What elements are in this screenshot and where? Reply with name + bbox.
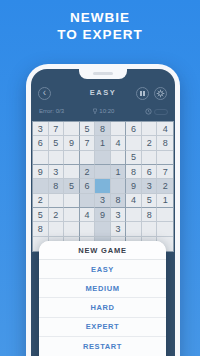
sudoku-cell-r3c4[interactable]: [80, 151, 96, 165]
gear-icon: [156, 89, 165, 98]
sudoku-cell-r3c6[interactable]: [111, 151, 127, 165]
sudoku-cell-r7c1[interactable]: 5: [33, 208, 49, 222]
sudoku-cell-r2c5[interactable]: 1: [95, 136, 111, 150]
sudoku-cell-r6c9[interactable]: 1: [157, 194, 173, 208]
new-game-action-sheet: NEW GAME EASY MEDIUM HARD EXPERT RESTART: [39, 241, 166, 356]
sudoku-cell-r8c2[interactable]: [49, 222, 65, 236]
sudoku-cell-r4c8[interactable]: 6: [142, 165, 158, 179]
menu-item-easy[interactable]: EASY: [39, 260, 166, 279]
sudoku-cell-r2c4[interactable]: 7: [80, 136, 96, 150]
sudoku-cell-r8c8[interactable]: [142, 222, 158, 236]
sudoku-cell-r2c7[interactable]: [126, 136, 142, 150]
sudoku-cell-r1c4[interactable]: 5: [80, 122, 96, 136]
sudoku-cell-r8c3[interactable]: [64, 222, 80, 236]
clock-icon: [145, 108, 152, 115]
sudoku-cell-r3c5[interactable]: [95, 151, 111, 165]
sudoku-cell-r5c3[interactable]: 5: [64, 179, 80, 193]
sudoku-cell-r5c9[interactable]: 2: [157, 179, 173, 193]
sudoku-cell-r3c2[interactable]: [49, 151, 65, 165]
phone-notch: [79, 69, 127, 79]
sudoku-cell-r3c7[interactable]: 5: [126, 151, 142, 165]
sudoku-cell-r5c1[interactable]: [33, 179, 49, 193]
sudoku-cell-r8c4[interactable]: [80, 222, 96, 236]
sudoku-cell-r1c6[interactable]: [111, 122, 127, 136]
menu-item-restart[interactable]: RESTART: [39, 337, 166, 356]
sudoku-cell-r5c5[interactable]: [95, 179, 111, 193]
sudoku-cell-r6c4[interactable]: [80, 194, 96, 208]
sudoku-board: 3758646597142859321867856932238451524938…: [32, 121, 174, 252]
banner-line2: TO EXPERT: [0, 26, 200, 43]
menu-item-hard[interactable]: HARD: [39, 298, 166, 317]
sudoku-cell-r6c7[interactable]: 4: [126, 194, 142, 208]
timer-area: [145, 108, 168, 115]
sudoku-cell-r2c2[interactable]: 5: [49, 136, 65, 150]
sudoku-cell-r4c2[interactable]: 3: [49, 165, 65, 179]
counter-pill: [154, 109, 168, 115]
sudoku-cell-r8c5[interactable]: [95, 222, 111, 236]
sudoku-cell-r5c6[interactable]: [111, 179, 127, 193]
sudoku-cell-r1c3[interactable]: [64, 122, 80, 136]
sudoku-cell-r4c6[interactable]: 1: [111, 165, 127, 179]
status-row: Error: 0/3 10:20: [31, 107, 175, 117]
sudoku-cell-r1c9[interactable]: 4: [157, 122, 173, 136]
sudoku-cell-r5c4[interactable]: 6: [80, 179, 96, 193]
sudoku-cell-r6c8[interactable]: 5: [142, 194, 158, 208]
sudoku-cell-r4c1[interactable]: 9: [33, 165, 49, 179]
sudoku-cell-r5c7[interactable]: 9: [126, 179, 142, 193]
sudoku-cell-r7c5[interactable]: 9: [95, 208, 111, 222]
best-time-value: 10:20: [99, 108, 114, 114]
settings-button[interactable]: [154, 87, 167, 100]
sudoku-cell-r4c9[interactable]: 7: [157, 165, 173, 179]
sudoku-cell-r6c1[interactable]: 2: [33, 194, 49, 208]
sudoku-cell-r1c2[interactable]: 7: [49, 122, 65, 136]
banner-text: NEWBIE TO EXPERT: [0, 9, 200, 43]
sudoku-cell-r8c7[interactable]: [126, 222, 142, 236]
sudoku-cell-r2c3[interactable]: 9: [64, 136, 80, 150]
sudoku-cell-r3c8[interactable]: [142, 151, 158, 165]
menu-item-medium[interactable]: MEDIUM: [39, 279, 166, 298]
action-sheet-title: NEW GAME: [39, 241, 166, 260]
sudoku-cell-r2c1[interactable]: 6: [33, 136, 49, 150]
pause-button[interactable]: [136, 87, 149, 100]
sudoku-cell-r8c1[interactable]: 8: [33, 222, 49, 236]
sudoku-cell-r7c9[interactable]: [157, 208, 173, 222]
sudoku-cell-r7c6[interactable]: 3: [111, 208, 127, 222]
sudoku-cell-r2c8[interactable]: 2: [142, 136, 158, 150]
sudoku-cell-r2c9[interactable]: 8: [157, 136, 173, 150]
sudoku-cell-r4c4[interactable]: 2: [80, 165, 96, 179]
trophy-icon: [92, 108, 98, 114]
menu-item-expert[interactable]: EXPERT: [39, 318, 166, 337]
banner-line1: NEWBIE: [0, 9, 200, 26]
app-header: ‹ EASY: [31, 86, 175, 102]
sudoku-cell-r1c1[interactable]: 3: [33, 122, 49, 136]
sudoku-cell-r2c6[interactable]: 4: [111, 136, 127, 150]
phone-frame: ‹ EASY Error: 0/3 10: [26, 64, 180, 356]
sudoku-cell-r3c1[interactable]: [33, 151, 49, 165]
sudoku-cell-r7c2[interactable]: 2: [49, 208, 65, 222]
pause-icon: [140, 91, 144, 96]
sudoku-cell-r1c5[interactable]: 8: [95, 122, 111, 136]
sudoku-cell-r4c7[interactable]: 8: [126, 165, 142, 179]
sudoku-cell-r3c3[interactable]: [64, 151, 80, 165]
sudoku-cell-r7c7[interactable]: [126, 208, 142, 222]
sudoku-cell-r7c4[interactable]: 4: [80, 208, 96, 222]
sudoku-cell-r6c2[interactable]: [49, 194, 65, 208]
sudoku-cell-r6c5[interactable]: 3: [95, 194, 111, 208]
sudoku-cell-r6c6[interactable]: 8: [111, 194, 127, 208]
sudoku-cell-r8c6[interactable]: 3: [111, 222, 127, 236]
sudoku-cell-r6c3[interactable]: [64, 194, 80, 208]
sudoku-cell-r1c7[interactable]: 6: [126, 122, 142, 136]
phone-screen: ‹ EASY Error: 0/3 10: [31, 69, 175, 356]
sudoku-cell-r8c9[interactable]: [157, 222, 173, 236]
sudoku-cell-r5c8[interactable]: 3: [142, 179, 158, 193]
sudoku-cell-r7c8[interactable]: 8: [142, 208, 158, 222]
speaker-slot: [93, 72, 113, 75]
sudoku-cell-r7c3[interactable]: [64, 208, 80, 222]
promo-screenshot: NEWBIE TO EXPERT ‹ EASY: [0, 0, 200, 356]
sudoku-cell-r3c9[interactable]: [157, 151, 173, 165]
sudoku-cell-r5c2[interactable]: 8: [49, 179, 65, 193]
sudoku-cell-r1c8[interactable]: [142, 122, 158, 136]
sudoku-cell-r4c5[interactable]: [95, 165, 111, 179]
sudoku-cell-r4c3[interactable]: [64, 165, 80, 179]
